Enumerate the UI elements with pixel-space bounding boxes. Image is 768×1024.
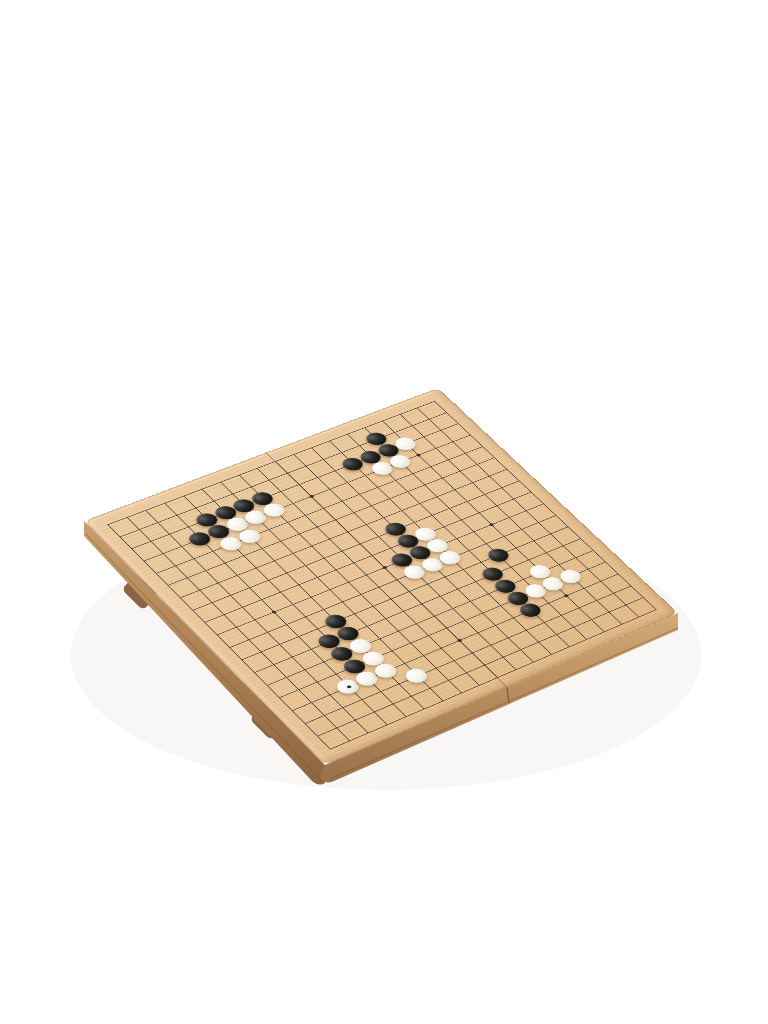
product-photo-scene	[0, 0, 768, 1024]
white-stone	[402, 666, 431, 685]
black-stone	[484, 546, 512, 564]
